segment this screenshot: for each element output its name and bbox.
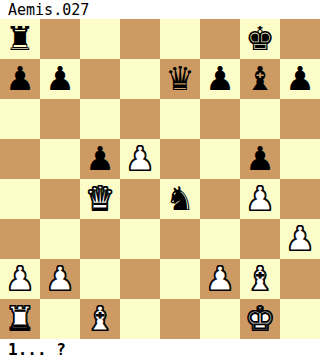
white-pawn: ♟ <box>205 259 235 299</box>
move-prompt: 1... ? <box>0 339 320 360</box>
square-e8[interactable] <box>160 19 200 59</box>
white-pawn: ♟ <box>285 219 315 259</box>
square-b3[interactable] <box>40 219 80 259</box>
square-d5[interactable]: ♟ <box>120 139 160 179</box>
square-f2[interactable]: ♟ <box>200 259 240 299</box>
square-g6[interactable] <box>240 99 280 139</box>
square-c8[interactable] <box>80 19 120 59</box>
square-g8[interactable]: ♚ <box>240 19 280 59</box>
square-e2[interactable] <box>160 259 200 299</box>
black-rook: ♜ <box>5 19 35 59</box>
square-g3[interactable] <box>240 219 280 259</box>
square-f6[interactable] <box>200 99 240 139</box>
black-bishop: ♝ <box>245 59 275 99</box>
square-h1[interactable] <box>280 299 320 339</box>
square-d2[interactable] <box>120 259 160 299</box>
square-a2[interactable]: ♟ <box>0 259 40 299</box>
square-d3[interactable] <box>120 219 160 259</box>
square-c3[interactable] <box>80 219 120 259</box>
square-f3[interactable] <box>200 219 240 259</box>
square-c4[interactable]: ♛ <box>80 179 120 219</box>
square-c5[interactable]: ♟ <box>80 139 120 179</box>
square-g1[interactable]: ♚ <box>240 299 280 339</box>
black-pawn: ♟ <box>85 139 115 179</box>
square-f5[interactable] <box>200 139 240 179</box>
chess-diagram: Aemis.027 ♜♚♟♟♛♟♝♟♟♟♟♛♞♟♟♟♟♟♝♜♝♚ 1... ? <box>0 0 320 360</box>
black-queen: ♛ <box>165 59 195 99</box>
square-f4[interactable] <box>200 179 240 219</box>
square-d7[interactable] <box>120 59 160 99</box>
square-d6[interactable] <box>120 99 160 139</box>
square-a1[interactable]: ♜ <box>0 299 40 339</box>
square-h4[interactable] <box>280 179 320 219</box>
square-a5[interactable] <box>0 139 40 179</box>
square-h5[interactable] <box>280 139 320 179</box>
square-c1[interactable]: ♝ <box>80 299 120 339</box>
black-pawn: ♟ <box>245 139 275 179</box>
square-b4[interactable] <box>40 179 80 219</box>
square-h2[interactable] <box>280 259 320 299</box>
square-f7[interactable]: ♟ <box>200 59 240 99</box>
square-c6[interactable] <box>80 99 120 139</box>
square-d1[interactable] <box>120 299 160 339</box>
diagram-title: Aemis.027 <box>0 0 320 19</box>
square-a3[interactable] <box>0 219 40 259</box>
black-pawn: ♟ <box>45 59 75 99</box>
square-b7[interactable]: ♟ <box>40 59 80 99</box>
square-b2[interactable]: ♟ <box>40 259 80 299</box>
square-e3[interactable] <box>160 219 200 259</box>
square-h8[interactable] <box>280 19 320 59</box>
square-b5[interactable] <box>40 139 80 179</box>
white-king: ♚ <box>245 299 275 339</box>
black-king: ♚ <box>245 19 275 59</box>
square-a6[interactable] <box>0 99 40 139</box>
square-a4[interactable] <box>0 179 40 219</box>
square-f8[interactable] <box>200 19 240 59</box>
white-rook: ♜ <box>5 299 35 339</box>
white-queen: ♛ <box>85 179 115 219</box>
white-pawn: ♟ <box>5 259 35 299</box>
white-bishop: ♝ <box>245 259 275 299</box>
square-e4[interactable]: ♞ <box>160 179 200 219</box>
white-pawn: ♟ <box>45 259 75 299</box>
square-e1[interactable] <box>160 299 200 339</box>
square-e6[interactable] <box>160 99 200 139</box>
square-a8[interactable]: ♜ <box>0 19 40 59</box>
square-g7[interactable]: ♝ <box>240 59 280 99</box>
square-c2[interactable] <box>80 259 120 299</box>
square-d8[interactable] <box>120 19 160 59</box>
black-pawn: ♟ <box>205 59 235 99</box>
square-f1[interactable] <box>200 299 240 339</box>
white-bishop: ♝ <box>85 299 115 339</box>
square-e7[interactable]: ♛ <box>160 59 200 99</box>
square-h3[interactable]: ♟ <box>280 219 320 259</box>
square-g5[interactable]: ♟ <box>240 139 280 179</box>
square-a7[interactable]: ♟ <box>0 59 40 99</box>
black-knight: ♞ <box>165 179 195 219</box>
square-h7[interactable]: ♟ <box>280 59 320 99</box>
white-pawn: ♟ <box>245 179 275 219</box>
square-b1[interactable] <box>40 299 80 339</box>
white-pawn: ♟ <box>125 139 155 179</box>
square-b6[interactable] <box>40 99 80 139</box>
square-d4[interactable] <box>120 179 160 219</box>
square-e5[interactable] <box>160 139 200 179</box>
square-g2[interactable]: ♝ <box>240 259 280 299</box>
square-c7[interactable] <box>80 59 120 99</box>
square-g4[interactable]: ♟ <box>240 179 280 219</box>
square-h6[interactable] <box>280 99 320 139</box>
black-pawn: ♟ <box>285 59 315 99</box>
black-pawn: ♟ <box>5 59 35 99</box>
chess-board: ♜♚♟♟♛♟♝♟♟♟♟♛♞♟♟♟♟♟♝♜♝♚ <box>0 19 320 339</box>
square-b8[interactable] <box>40 19 80 59</box>
